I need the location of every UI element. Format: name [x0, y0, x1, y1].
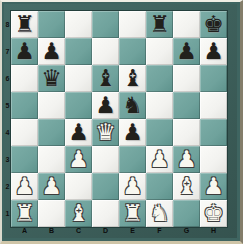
square-d5[interactable]: ♟: [92, 92, 119, 119]
square-e7[interactable]: [119, 38, 146, 65]
rank-label-3: 3: [4, 146, 11, 173]
file-label-c: C: [65, 227, 92, 234]
piece-white-B-g2: ♝: [176, 173, 197, 200]
square-a4[interactable]: [11, 119, 38, 146]
square-c5[interactable]: [65, 92, 92, 119]
piece-white-P-e2: ♟: [122, 173, 143, 200]
square-d3[interactable]: [92, 146, 119, 173]
square-a6[interactable]: [11, 65, 38, 92]
square-d4[interactable]: ♛: [92, 119, 119, 146]
square-f4[interactable]: [146, 119, 173, 146]
piece-black-P-d5: ♟: [95, 92, 116, 119]
square-e8[interactable]: [119, 11, 146, 38]
square-h5[interactable]: [200, 92, 227, 119]
square-a2[interactable]: ♟: [11, 173, 38, 200]
square-e6[interactable]: ♝: [119, 65, 146, 92]
piece-black-K-h8: ♚: [203, 11, 224, 38]
square-b7[interactable]: ♟: [38, 38, 65, 65]
file-label-d: D: [92, 227, 119, 234]
piece-black-B-d6: ♝: [95, 65, 116, 92]
square-g5[interactable]: [173, 92, 200, 119]
square-a5[interactable]: [11, 92, 38, 119]
piece-black-N-e5: ♞: [122, 92, 143, 119]
square-c6[interactable]: [65, 65, 92, 92]
file-label-g: G: [173, 227, 200, 234]
chess-app-window: 87654321 ♜♜♚♟♟♟♟♛♝♝♟♞♟♛♟♟♟♟♟♟♟♝♟♜♝♜♞♚ AB…: [0, 0, 243, 244]
piece-black-R-a8: ♜: [14, 11, 35, 38]
file-label-a: A: [11, 227, 38, 234]
square-a3[interactable]: [11, 146, 38, 173]
square-c7[interactable]: [65, 38, 92, 65]
square-f2[interactable]: [146, 173, 173, 200]
square-d7[interactable]: [92, 38, 119, 65]
square-h6[interactable]: [200, 65, 227, 92]
square-b2[interactable]: ♟: [38, 173, 65, 200]
square-g8[interactable]: [173, 11, 200, 38]
piece-black-P-c4: ♟: [68, 119, 89, 146]
square-g3[interactable]: ♟: [173, 146, 200, 173]
piece-white-N-f1: ♞: [149, 200, 170, 227]
square-b6[interactable]: ♛: [38, 65, 65, 92]
square-c1[interactable]: ♝: [65, 200, 92, 227]
file-label-h: H: [200, 227, 227, 234]
piece-black-P-b7: ♟: [41, 38, 62, 65]
piece-white-P-b2: ♟: [41, 173, 62, 200]
file-label-f: F: [146, 227, 173, 234]
piece-white-P-f3: ♟: [149, 146, 170, 173]
square-c3[interactable]: ♟: [65, 146, 92, 173]
square-e3[interactable]: [119, 146, 146, 173]
square-g2[interactable]: ♝: [173, 173, 200, 200]
file-label-e: E: [119, 227, 146, 234]
square-b4[interactable]: [38, 119, 65, 146]
piece-black-R-f8: ♜: [149, 11, 170, 38]
square-e2[interactable]: ♟: [119, 173, 146, 200]
square-c2[interactable]: [65, 173, 92, 200]
square-c4[interactable]: ♟: [65, 119, 92, 146]
square-f5[interactable]: [146, 92, 173, 119]
piece-white-P-g3: ♟: [176, 146, 197, 173]
rank-label-2: 2: [4, 173, 11, 200]
square-b1[interactable]: [38, 200, 65, 227]
square-f7[interactable]: [146, 38, 173, 65]
piece-white-R-a1: ♜: [14, 200, 35, 227]
board-border: 87654321 ♜♜♚♟♟♟♟♛♝♝♟♞♟♛♟♟♟♟♟♟♟♝♟♜♝♜♞♚ AB…: [4, 4, 237, 238]
square-h1[interactable]: ♚: [200, 200, 227, 227]
square-a7[interactable]: ♟: [11, 38, 38, 65]
square-h3[interactable]: [200, 146, 227, 173]
rank-label-8: 8: [4, 11, 11, 38]
piece-white-P-a2: ♟: [14, 173, 35, 200]
piece-white-Q-d4: ♛: [95, 119, 116, 146]
rank-label-5: 5: [4, 92, 11, 119]
square-c8[interactable]: [65, 11, 92, 38]
square-b8[interactable]: [38, 11, 65, 38]
square-g7[interactable]: ♟: [173, 38, 200, 65]
square-f3[interactable]: ♟: [146, 146, 173, 173]
rank-label-6: 6: [4, 65, 11, 92]
square-b3[interactable]: [38, 146, 65, 173]
square-h8[interactable]: ♚: [200, 11, 227, 38]
piece-black-P-a7: ♟: [14, 38, 35, 65]
square-d6[interactable]: ♝: [92, 65, 119, 92]
piece-white-R-e1: ♜: [122, 200, 143, 227]
square-f6[interactable]: [146, 65, 173, 92]
square-f8[interactable]: ♜: [146, 11, 173, 38]
square-g1[interactable]: [173, 200, 200, 227]
board-frame: 87654321 ♜♜♚♟♟♟♟♛♝♝♟♞♟♛♟♟♟♟♟♟♟♝♟♜♝♜♞♚ AB…: [0, 0, 243, 244]
square-e5[interactable]: ♞: [119, 92, 146, 119]
square-e1[interactable]: ♜: [119, 200, 146, 227]
square-h7[interactable]: ♟: [200, 38, 227, 65]
square-f1[interactable]: ♞: [146, 200, 173, 227]
piece-black-P-g7: ♟: [176, 38, 197, 65]
square-b5[interactable]: [38, 92, 65, 119]
square-a8[interactable]: ♜: [11, 11, 38, 38]
square-d8[interactable]: [92, 11, 119, 38]
piece-white-B-c1: ♝: [68, 200, 89, 227]
piece-white-K-h1: ♚: [203, 200, 224, 227]
piece-black-Q-b6: ♛: [41, 65, 62, 92]
square-g4[interactable]: [173, 119, 200, 146]
piece-black-P-e4: ♟: [122, 119, 143, 146]
file-labels: ABCDEFGH: [11, 225, 227, 238]
square-d1[interactable]: [92, 200, 119, 227]
rank-label-1: 1: [4, 200, 11, 227]
square-a1[interactable]: ♜: [11, 200, 38, 227]
rank-label-7: 7: [4, 38, 11, 65]
square-h2[interactable]: ♟: [200, 173, 227, 200]
square-g6[interactable]: [173, 65, 200, 92]
piece-black-B-e6: ♝: [122, 65, 143, 92]
chess-board: ♜♜♚♟♟♟♟♛♝♝♟♞♟♛♟♟♟♟♟♟♟♝♟♜♝♜♞♚: [11, 11, 227, 227]
square-e4[interactable]: ♟: [119, 119, 146, 146]
square-d2[interactable]: [92, 173, 119, 200]
square-h4[interactable]: [200, 119, 227, 146]
file-label-b: B: [38, 227, 65, 234]
piece-white-P-h2: ♟: [203, 173, 224, 200]
piece-white-P-c3: ♟: [68, 146, 89, 173]
rank-label-4: 4: [4, 119, 11, 146]
rank-labels: 87654321: [4, 11, 11, 227]
piece-black-P-h7: ♟: [203, 38, 224, 65]
